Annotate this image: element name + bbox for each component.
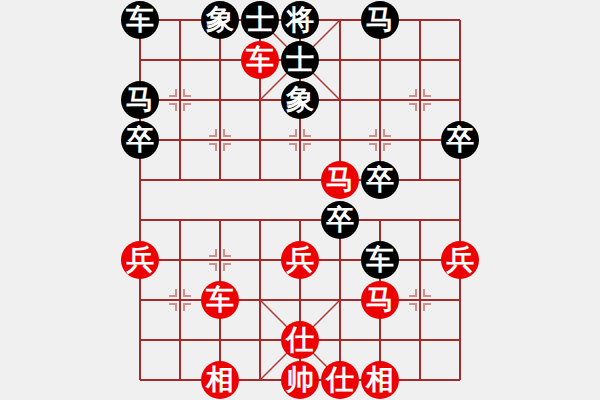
red-chariot[interactable]: 车 [201, 281, 239, 319]
red-elephant[interactable]: 相 [201, 361, 239, 399]
black-horse[interactable]: 马 [121, 81, 159, 119]
black-soldier[interactable]: 卒 [361, 161, 399, 199]
black-soldier[interactable]: 卒 [321, 201, 359, 239]
red-chariot[interactable]: 车 [241, 41, 279, 79]
board-intersections-grid: 车象士将马车士马象卒卒马卒卒兵兵车兵车马仕相帅仕相 [120, 0, 480, 400]
black-advisor[interactable]: 士 [241, 1, 279, 39]
black-chariot[interactable]: 车 [121, 1, 159, 39]
xiangqi-board: 车象士将马车士马象卒卒马卒卒兵兵车兵车马仕相帅仕相 [0, 0, 600, 400]
black-chariot[interactable]: 车 [361, 241, 399, 279]
red-soldier[interactable]: 兵 [281, 241, 319, 279]
red-soldier[interactable]: 兵 [121, 241, 159, 279]
black-elephant[interactable]: 象 [201, 1, 239, 39]
red-advisor[interactable]: 仕 [281, 321, 319, 359]
red-horse[interactable]: 马 [321, 161, 359, 199]
black-elephant[interactable]: 象 [281, 81, 319, 119]
black-advisor[interactable]: 士 [281, 41, 319, 79]
red-soldier[interactable]: 兵 [441, 241, 479, 279]
black-horse[interactable]: 马 [361, 1, 399, 39]
red-advisor[interactable]: 仕 [321, 361, 359, 399]
red-horse[interactable]: 马 [361, 281, 399, 319]
black-soldier[interactable]: 卒 [121, 121, 159, 159]
black-soldier[interactable]: 卒 [441, 121, 479, 159]
red-general[interactable]: 帅 [281, 361, 319, 399]
black-general[interactable]: 将 [281, 1, 319, 39]
red-elephant[interactable]: 相 [361, 361, 399, 399]
